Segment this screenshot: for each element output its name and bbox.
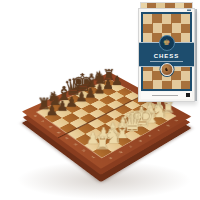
piece-white-rook: ♜ xyxy=(88,121,117,152)
king-icon: ♚ xyxy=(163,39,170,47)
box-title: CHESS xyxy=(139,53,194,59)
box-footer-text-line xyxy=(152,95,178,96)
product-photo: abcdefgh 87654321 ♜♞♝♛♚♝♞♜♟♟♟♟♟♟♟♟♟♟♟♟♟♟… xyxy=(0,0,200,200)
box-subtitle-line xyxy=(150,61,183,62)
piece-black-pawn: ♟ xyxy=(39,89,65,117)
box-footer-strip xyxy=(141,92,192,99)
box-photo-badge: ♞ xyxy=(160,63,173,76)
brand-logo xyxy=(186,93,190,97)
age-mark: ▪▪ xyxy=(187,9,191,12)
box-front-panel: ▪▪ ♚ CHESS ♞ xyxy=(138,8,195,102)
knight-icon: ♞ xyxy=(164,67,168,72)
product-box: ▪▪ ♚ CHESS ♞ xyxy=(138,2,195,102)
box-logo-badge: ♚ xyxy=(159,35,175,51)
box-side-panel xyxy=(195,9,197,101)
box-title-band: ♚ CHESS ♞ xyxy=(139,42,194,67)
